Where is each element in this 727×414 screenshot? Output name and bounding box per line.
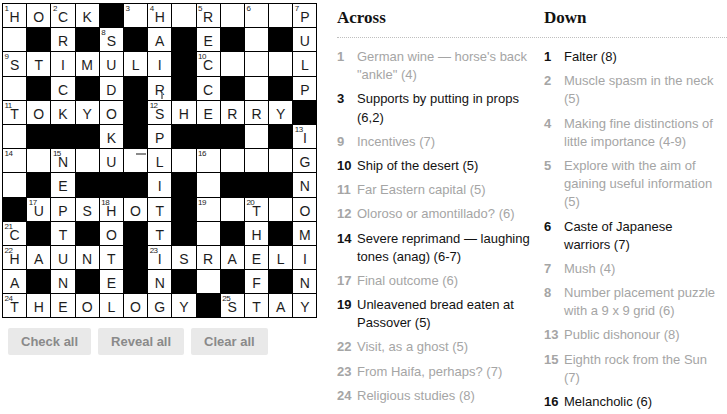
grid-cell[interactable]: F — [245, 270, 268, 293]
grid-cell[interactable] — [269, 198, 292, 221]
grid-cell[interactable]: T — [245, 294, 268, 317]
cell-letter: R — [197, 246, 220, 269]
clue-item[interactable]: 6Caste of Japanese warriors (7) — [544, 218, 727, 254]
cell-letter: N — [148, 270, 171, 293]
block-cell — [172, 222, 195, 245]
block-cell — [172, 52, 195, 75]
cell-letter: T — [100, 246, 123, 269]
grid-cell[interactable] — [245, 77, 268, 100]
cell-letter: O — [76, 294, 99, 317]
grid-cell[interactable]: T — [148, 222, 171, 245]
cell-letter: S — [172, 246, 195, 269]
block-cell — [76, 28, 99, 51]
block-cell — [27, 77, 50, 100]
clue-text: Eighth rock from the Sun (7) — [564, 351, 727, 387]
clue-item[interactable]: 14Severe reprimand — laughing tones (ana… — [337, 230, 544, 266]
block-cell — [221, 125, 244, 148]
cell-letter: P — [293, 4, 316, 27]
grid-cell[interactable]: 1H — [3, 4, 26, 27]
clue-columns: 1German wine — horse's back "ankle" (4)3… — [337, 48, 727, 414]
across-heading: Across — [337, 8, 544, 28]
grid-cell[interactable]: A — [3, 270, 26, 293]
clue-item[interactable]: 7Mush (4) — [544, 260, 727, 278]
cell-letter: C — [3, 222, 26, 245]
grid-cell[interactable]: Y — [269, 101, 292, 124]
grid-cell[interactable]: R — [221, 101, 244, 124]
clue-text: Visit, as a ghost (5) — [357, 338, 544, 356]
grid-cell[interactable]: 5R — [197, 4, 220, 27]
grid-cell[interactable]: I — [51, 52, 74, 75]
cell-letter: U — [293, 28, 316, 51]
cell-letter: N — [76, 246, 99, 269]
block-cell — [124, 77, 147, 100]
caret-mark — [161, 93, 163, 99]
grid-cell[interactable] — [3, 77, 26, 100]
grid-cell[interactable]: O — [293, 198, 316, 221]
grid-cell[interactable]: 10C — [197, 52, 220, 75]
clue-number: 13 — [544, 326, 559, 344]
cell-letter: T — [51, 222, 74, 245]
grid-cell[interactable]: Y — [172, 294, 195, 317]
grid-cell[interactable]: R — [197, 246, 220, 269]
grid-cell[interactable]: E — [100, 270, 123, 293]
clue-item[interactable]: 10Ship of the desert (5) — [337, 157, 544, 175]
block-cell — [269, 125, 292, 148]
grid-cell[interactable]: D — [100, 77, 123, 100]
clue-item[interactable]: 4Making fine distinctions of little impo… — [544, 115, 727, 151]
across-clues: 1German wine — horse's back "ankle" (4)3… — [337, 48, 544, 414]
block-cell — [100, 173, 123, 196]
cell-letter: H — [245, 222, 268, 245]
block-cell — [245, 173, 268, 196]
block-cell — [27, 270, 50, 293]
down-heading: Down — [544, 8, 587, 28]
grid-cell[interactable]: A — [221, 246, 244, 269]
cell-letter: O — [27, 4, 50, 27]
cell-letter: T — [27, 52, 50, 75]
grid-cell[interactable]: N — [293, 173, 316, 196]
cell-letter: I — [293, 125, 316, 148]
cell-letter: Y — [172, 294, 195, 317]
block-cell — [172, 198, 195, 221]
grid-cell[interactable]: 8S — [100, 28, 123, 51]
cell-letter: C — [51, 77, 74, 100]
cell-number: 16 — [198, 149, 206, 158]
clue-text: Ship of the desert (5) — [357, 157, 544, 175]
cell-letter: R — [51, 28, 74, 51]
check-all-button[interactable]: Check all — [8, 328, 91, 355]
clue-number: 14 — [337, 230, 352, 266]
clue-text: Oloroso or amontillado? (6) — [357, 205, 544, 223]
grid-cell[interactable] — [197, 222, 220, 245]
clue-item[interactable]: 3Supports by putting in props (6,2) — [337, 90, 544, 126]
clue-number: 15 — [544, 351, 559, 387]
grid-cell[interactable]: T — [100, 246, 123, 269]
clue-number: 24 — [337, 387, 352, 405]
grid-cell[interactable]: A — [269, 294, 292, 317]
grid-cell[interactable]: Y — [293, 294, 316, 317]
cell-letter: H — [172, 101, 195, 124]
grid-cell[interactable]: L — [124, 52, 147, 75]
clue-text: Far Eastern capital (5) — [357, 181, 544, 199]
clue-item[interactable]: 24Religious studies (8) — [337, 387, 544, 405]
grid-cell[interactable]: 25S — [221, 294, 244, 317]
cell-letter: D — [100, 77, 123, 100]
clue-text: Supports by putting in props (6,2) — [357, 90, 544, 126]
cell-letter: S — [100, 28, 123, 51]
grid-cell[interactable]: M — [76, 52, 99, 75]
clue-item[interactable]: 19Unleavened bread eaten at Passover (5) — [337, 296, 544, 332]
grid-cell[interactable]: S — [172, 246, 195, 269]
cell-letter: H — [27, 294, 50, 317]
grid-cell[interactable] — [269, 52, 292, 75]
cell-letter: A — [3, 270, 26, 293]
cell-letter: P — [293, 77, 316, 100]
grid-cell[interactable]: 24T — [3, 294, 26, 317]
cell-letter: M — [76, 52, 99, 75]
grid-cell[interactable]: E — [51, 173, 74, 196]
grid-cell[interactable]: K — [51, 101, 74, 124]
cell-letter: K — [51, 101, 74, 124]
grid-cell[interactable]: L — [148, 149, 171, 172]
grid-cell[interactable]: A — [27, 246, 50, 269]
down-clues: 1Falter (8)2Muscle spasm in the neck (5)… — [544, 48, 727, 414]
grid-cell[interactable]: Y — [76, 101, 99, 124]
grid-cell[interactable]: O — [124, 198, 147, 221]
crossword-grid: 1HO2CK34H5R67PR8SAEU9STIMULI10CLCDRCP11T… — [2, 3, 317, 318]
grid-cell[interactable]: N — [76, 246, 99, 269]
grid-cell[interactable]: 15N — [51, 149, 74, 172]
grid-cell[interactable] — [221, 149, 244, 172]
clue-number: 19 — [337, 296, 352, 332]
block-cell — [27, 28, 50, 51]
reveal-all-button[interactable]: Reveal all — [98, 328, 184, 355]
cell-letter: N — [293, 270, 316, 293]
cell-letter: E — [51, 294, 74, 317]
cell-letter: H — [100, 198, 123, 221]
cell-letter: K — [100, 125, 123, 148]
grid-cell[interactable]: T — [148, 198, 171, 221]
block-cell — [269, 270, 292, 293]
clue-number: 2 — [544, 72, 559, 108]
cell-letter: E — [100, 270, 123, 293]
grid-cell[interactable]: O — [100, 222, 123, 245]
grid-cell[interactable]: 9S — [3, 52, 26, 75]
clue-number: 7 — [544, 260, 559, 278]
clue-text: Severe reprimand — laughing tones (anag)… — [357, 230, 544, 266]
grid-cell[interactable] — [245, 149, 268, 172]
grid-cell[interactable]: O — [27, 101, 50, 124]
clue-number: 23 — [337, 363, 352, 381]
clue-item[interactable]: 23From Haifa, perhaps? (7) — [337, 363, 544, 381]
grid-cell[interactable]: K — [76, 4, 99, 27]
grid-cell[interactable] — [197, 270, 220, 293]
grid-cell[interactable] — [245, 28, 268, 51]
grid-cell[interactable]: E — [197, 28, 220, 51]
clue-item[interactable]: 1Falter (8) — [544, 48, 727, 66]
cell-letter: T — [148, 222, 171, 245]
block-cell — [269, 222, 292, 245]
grid-cell[interactable]: N — [293, 270, 316, 293]
cell-letter: S — [148, 101, 171, 124]
clue-item[interactable]: 12Oloroso or amontillado? (6) — [337, 205, 544, 223]
grid-cell[interactable]: T — [27, 52, 50, 75]
grid-cell[interactable]: 13I — [293, 125, 316, 148]
grid-cell[interactable] — [269, 4, 292, 27]
cell-letter: R — [221, 101, 244, 124]
cell-letter: O — [293, 198, 316, 221]
cell-letter: T — [148, 198, 171, 221]
grid-cell[interactable]: S — [76, 198, 99, 221]
cell-letter: I — [148, 173, 171, 196]
cell-letter: S — [3, 52, 26, 75]
cell-letter: O — [124, 294, 147, 317]
block-cell — [269, 77, 292, 100]
grid-cell[interactable]: 11T — [3, 101, 26, 124]
cell-number: 3 — [125, 4, 129, 13]
cell-letter: O — [100, 222, 123, 245]
block-cell — [124, 270, 147, 293]
grid-cell[interactable]: H — [172, 101, 195, 124]
grid-cell[interactable]: C — [51, 77, 74, 100]
cell-letter: L — [269, 246, 292, 269]
block-cell — [221, 222, 244, 245]
grid-cell[interactable]: G — [148, 294, 171, 317]
clue-text: Number placement puzzle with a 9 x 9 gri… — [564, 284, 727, 320]
clue-number: 6 — [544, 218, 559, 254]
cell-letter: P — [148, 125, 171, 148]
cell-letter: U — [51, 246, 74, 269]
cell-letter: L — [124, 52, 147, 75]
cell-letter: Y — [76, 101, 99, 124]
grid-cell[interactable]: 19 — [197, 198, 220, 221]
block-cell — [221, 173, 244, 196]
cell-letter: L — [100, 294, 123, 317]
grid-cell[interactable]: 17U — [27, 198, 50, 221]
grid-cell[interactable]: 4H — [148, 4, 171, 27]
grid-cell[interactable]: O — [124, 294, 147, 317]
cell-letter: U — [100, 52, 123, 75]
block-cell — [76, 173, 99, 196]
grid-cell[interactable]: L — [293, 52, 316, 75]
grid-cell[interactable]: N — [51, 270, 74, 293]
grid-cell[interactable]: P — [51, 198, 74, 221]
grid-cell[interactable]: 21C — [3, 222, 26, 245]
cell-letter: C — [197, 77, 220, 100]
cell-letter: O — [124, 198, 147, 221]
clue-number: 1 — [544, 48, 559, 66]
clue-text: German wine — horse's back "ankle" (4) — [357, 48, 544, 84]
grid-cell[interactable]: E — [51, 294, 74, 317]
grid-cell[interactable]: 22H — [3, 246, 26, 269]
block-cell — [269, 28, 292, 51]
grid-cell[interactable]: U — [51, 246, 74, 269]
grid-cell[interactable] — [221, 198, 244, 221]
down-column: 1Falter (8)2Muscle spasm in the neck (5)… — [544, 48, 727, 414]
block-cell — [197, 125, 220, 148]
mouse-cursor — [136, 153, 146, 155]
cell-letter: G — [293, 149, 316, 172]
block-cell — [124, 125, 147, 148]
clue-item[interactable]: 13Public dishonour (8) — [544, 326, 727, 344]
clues-divider — [337, 37, 727, 38]
grid-cell[interactable]: O — [27, 4, 50, 27]
block-cell — [172, 125, 195, 148]
crossword-app: 1HO2CK34H5R67PR8SAEU9STIMULI10CLCDRCP11T… — [0, 0, 727, 414]
grid-cell[interactable]: 23I — [148, 246, 171, 269]
clue-number: 8 — [544, 284, 559, 320]
grid-cell[interactable]: O — [76, 294, 99, 317]
block-cell — [76, 125, 99, 148]
cell-letter: R — [245, 101, 268, 124]
grid-cell[interactable]: 18H — [100, 198, 123, 221]
grid-cell[interactable]: I — [148, 52, 171, 75]
grid-cell[interactable] — [172, 149, 195, 172]
grid-cell[interactable] — [27, 149, 50, 172]
cell-letter: I — [51, 52, 74, 75]
grid-cell[interactable]: A — [148, 28, 171, 51]
block-cell — [172, 77, 195, 100]
grid-cell[interactable]: 20T — [245, 198, 268, 221]
grid-cell[interactable]: 7P — [293, 4, 316, 27]
cell-letter: E — [197, 28, 220, 51]
cell-letter: P — [51, 198, 74, 221]
grid-cell[interactable]: M — [293, 222, 316, 245]
cell-letter: E — [197, 101, 220, 124]
cell-letter: I — [148, 52, 171, 75]
grid-cell[interactable]: H — [27, 294, 50, 317]
cell-letter: L — [293, 52, 316, 75]
block-cell — [124, 28, 147, 51]
grid-cell[interactable]: T — [51, 222, 74, 245]
grid-cell[interactable] — [3, 173, 26, 196]
cell-letter: U — [100, 149, 123, 172]
cell-letter: N — [293, 173, 316, 196]
clue-item[interactable]: 16Melancholic (6) — [544, 393, 727, 411]
cell-letter: G — [148, 294, 171, 317]
grid-cell[interactable] — [197, 173, 220, 196]
grid-cell[interactable] — [3, 125, 26, 148]
grid-cell[interactable]: E — [197, 101, 220, 124]
cell-letter: F — [245, 270, 268, 293]
grid-cell[interactable]: I — [293, 246, 316, 269]
clue-text: Final outcome (6) — [357, 272, 544, 290]
clue-item[interactable]: 1German wine — horse's back "ankle" (4) — [337, 48, 544, 84]
grid-cell[interactable]: R — [245, 101, 268, 124]
grid-cell[interactable]: H — [245, 222, 268, 245]
grid-cell[interactable]: L — [269, 246, 292, 269]
grid-cell[interactable]: P — [148, 125, 171, 148]
grid-cell[interactable]: C — [197, 77, 220, 100]
cell-letter: H — [3, 4, 26, 27]
clue-text: Public dishonour (8) — [564, 326, 727, 344]
grid-cell[interactable]: O — [100, 101, 123, 124]
grid-cell[interactable] — [221, 52, 244, 75]
clue-text: Making fine distinctions of little impor… — [564, 115, 727, 151]
cell-letter: A — [27, 246, 50, 269]
grid-cell[interactable]: U — [100, 52, 123, 75]
clue-text: Explore with the aim of gaining useful i… — [564, 157, 727, 212]
cell-letter: U — [27, 198, 50, 221]
grid-cell[interactable]: G — [293, 149, 316, 172]
clear-all-button[interactable]: Clear all — [191, 328, 268, 355]
grid-cell[interactable] — [245, 125, 268, 148]
grid-cell[interactable]: E — [245, 246, 268, 269]
clue-text: Falter (8) — [564, 48, 727, 66]
block-cell — [172, 173, 195, 196]
grid-cell[interactable]: 6 — [245, 4, 268, 27]
block-cell — [124, 222, 147, 245]
block-cell — [51, 125, 74, 148]
grid-cell[interactable]: R — [51, 28, 74, 51]
cell-letter: N — [51, 149, 74, 172]
clue-number: 3 — [337, 90, 352, 126]
grid-cell[interactable]: N — [148, 270, 171, 293]
grid-cell[interactable]: K — [100, 125, 123, 148]
grid-cell[interactable]: 3 — [124, 4, 147, 27]
block-cell — [197, 294, 220, 317]
clue-item[interactable]: 5Explore with the aim of gaining useful … — [544, 157, 727, 212]
cell-number: 19 — [198, 198, 206, 207]
clue-item[interactable]: 8Number placement puzzle with a 9 x 9 gr… — [544, 284, 727, 320]
block-cell — [3, 198, 26, 221]
cell-letter: I — [148, 246, 171, 269]
clue-item[interactable]: 17Final outcome (6) — [337, 272, 544, 290]
grid-cell[interactable]: I — [148, 173, 171, 196]
clue-item[interactable]: 11Far Eastern capital (5) — [337, 181, 544, 199]
grid-cell[interactable]: R — [148, 77, 171, 100]
cell-letter: R — [197, 4, 220, 27]
grid-cell[interactable] — [245, 52, 268, 75]
clue-text: Muscle spasm in the neck (5) — [564, 72, 727, 108]
grid-cell[interactable] — [76, 149, 99, 172]
grid-cell[interactable] — [3, 28, 26, 51]
block-cell — [76, 270, 99, 293]
cell-letter: T — [3, 101, 26, 124]
grid-cell[interactable] — [221, 4, 244, 27]
block-cell — [76, 222, 99, 245]
grid-cell[interactable]: U — [100, 149, 123, 172]
clue-item[interactable]: 15Eighth rock from the Sun (7) — [544, 351, 727, 387]
clue-number: 1 — [337, 48, 352, 84]
grid-cell[interactable]: 2C — [51, 4, 74, 27]
grid-cell[interactable]: L — [100, 294, 123, 317]
cell-letter: K — [76, 4, 99, 27]
clue-number: 11 — [337, 181, 352, 199]
cell-letter: A — [148, 28, 171, 51]
cell-letter: H — [3, 246, 26, 269]
clue-item[interactable]: 9Incentives (7) — [337, 133, 544, 151]
grid-cell[interactable] — [269, 149, 292, 172]
clue-number: 4 — [544, 115, 559, 151]
block-cell — [76, 77, 99, 100]
clue-item[interactable]: 2Muscle spasm in the neck (5) — [544, 72, 727, 108]
grid-cell[interactable]: 12S — [148, 101, 171, 124]
clue-text: Unleavened bread eaten at Passover (5) — [357, 296, 544, 332]
block-cell — [27, 173, 50, 196]
cell-letter: C — [197, 52, 220, 75]
cell-letter: O — [27, 101, 50, 124]
grid-cell[interactable]: 16 — [197, 149, 220, 172]
cell-letter: E — [245, 246, 268, 269]
clue-item[interactable]: 22Visit, as a ghost (5) — [337, 338, 544, 356]
cell-letter: T — [245, 294, 268, 317]
grid-cell[interactable] — [172, 4, 195, 27]
grid-cell[interactable]: U — [293, 28, 316, 51]
grid-cell[interactable]: P — [293, 77, 316, 100]
grid-cell[interactable]: 14 — [3, 149, 26, 172]
block-cell — [221, 77, 244, 100]
